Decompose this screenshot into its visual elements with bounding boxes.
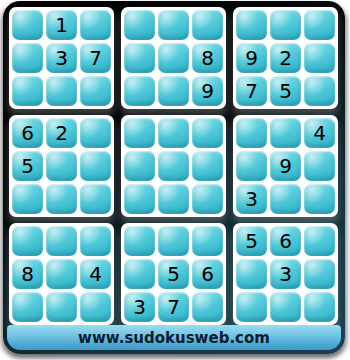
box-2: 89 <box>121 7 226 109</box>
cell-r5c1[interactable]: 5 <box>12 151 43 181</box>
cell-r9c9[interactable] <box>304 292 335 322</box>
cell-r5c6[interactable] <box>192 151 223 181</box>
cell-r6c6[interactable] <box>192 184 223 214</box>
cell-r9c8[interactable] <box>270 292 301 322</box>
cell-r3c2[interactable] <box>46 76 77 106</box>
cell-r1c1[interactable] <box>12 10 43 40</box>
cell-r2c8[interactable]: 2 <box>270 43 301 73</box>
cell-r3c4[interactable] <box>124 76 155 106</box>
cell-r1c8[interactable] <box>270 10 301 40</box>
cell-r1c7[interactable] <box>236 10 267 40</box>
cell-r7c5[interactable] <box>158 226 189 256</box>
cell-r3c1[interactable] <box>12 76 43 106</box>
cell-r3c9[interactable] <box>304 76 335 106</box>
cell-r4c5[interactable] <box>158 118 189 148</box>
cell-r4c3[interactable] <box>80 118 111 148</box>
cell-r5c2[interactable] <box>46 151 77 181</box>
cell-r1c2[interactable]: 1 <box>46 10 77 40</box>
box-9: 563 <box>233 223 338 325</box>
cell-r2c6[interactable]: 8 <box>192 43 223 73</box>
cell-r5c4[interactable] <box>124 151 155 181</box>
cell-r2c7[interactable]: 9 <box>236 43 267 73</box>
sudoku-board: 137899275625493845637563 www.sudokusweb.… <box>3 1 345 354</box>
cell-r8c6[interactable]: 6 <box>192 259 223 289</box>
cell-r7c9[interactable] <box>304 226 335 256</box>
cell-r7c7[interactable]: 5 <box>236 226 267 256</box>
cell-r8c3[interactable]: 4 <box>80 259 111 289</box>
cell-r9c2[interactable] <box>46 292 77 322</box>
cell-r9c4[interactable]: 3 <box>124 292 155 322</box>
cell-r9c7[interactable] <box>236 292 267 322</box>
cell-r9c1[interactable] <box>12 292 43 322</box>
cell-r5c8[interactable]: 9 <box>270 151 301 181</box>
cell-r3c6[interactable]: 9 <box>192 76 223 106</box>
cell-r3c5[interactable] <box>158 76 189 106</box>
cell-r6c5[interactable] <box>158 184 189 214</box>
cell-r5c3[interactable] <box>80 151 111 181</box>
cell-r7c6[interactable] <box>192 226 223 256</box>
cell-r7c3[interactable] <box>80 226 111 256</box>
footer-bar: www.sudokusweb.com <box>7 325 341 350</box>
cell-r1c9[interactable] <box>304 10 335 40</box>
cell-r8c9[interactable] <box>304 259 335 289</box>
box-4: 625 <box>9 115 114 217</box>
cell-r2c2[interactable]: 3 <box>46 43 77 73</box>
cell-r8c1[interactable]: 8 <box>12 259 43 289</box>
cell-r9c6[interactable] <box>192 292 223 322</box>
box-1: 137 <box>9 7 114 109</box>
cell-r4c9[interactable]: 4 <box>304 118 335 148</box>
cell-r8c2[interactable] <box>46 259 77 289</box>
cell-r5c5[interactable] <box>158 151 189 181</box>
cell-r2c5[interactable] <box>158 43 189 73</box>
cell-r2c1[interactable] <box>12 43 43 73</box>
cell-r7c1[interactable] <box>12 226 43 256</box>
cell-r2c9[interactable] <box>304 43 335 73</box>
cell-r6c3[interactable] <box>80 184 111 214</box>
cell-r4c6[interactable] <box>192 118 223 148</box>
cell-r8c4[interactable] <box>124 259 155 289</box>
cell-r1c3[interactable] <box>80 10 111 40</box>
cell-r7c2[interactable] <box>46 226 77 256</box>
cell-r6c1[interactable] <box>12 184 43 214</box>
box-6: 493 <box>233 115 338 217</box>
cell-r6c7[interactable]: 3 <box>236 184 267 214</box>
cell-r6c8[interactable] <box>270 184 301 214</box>
cell-r1c6[interactable] <box>192 10 223 40</box>
footer-url-link[interactable]: www.sudokusweb.com <box>78 329 270 347</box>
sudoku-page: 137899275625493845637563 www.sudokusweb.… <box>0 0 350 360</box>
cell-r8c5[interactable]: 5 <box>158 259 189 289</box>
box-8: 5637 <box>121 223 226 325</box>
cell-r4c8[interactable] <box>270 118 301 148</box>
cell-r4c4[interactable] <box>124 118 155 148</box>
cell-r7c8[interactable]: 6 <box>270 226 301 256</box>
cell-r6c4[interactable] <box>124 184 155 214</box>
cell-r9c5[interactable]: 7 <box>158 292 189 322</box>
cell-r3c7[interactable]: 7 <box>236 76 267 106</box>
cell-r4c2[interactable]: 2 <box>46 118 77 148</box>
cell-r3c8[interactable]: 5 <box>270 76 301 106</box>
cell-r3c3[interactable] <box>80 76 111 106</box>
cell-r4c7[interactable] <box>236 118 267 148</box>
cell-r1c5[interactable] <box>158 10 189 40</box>
cell-r5c9[interactable] <box>304 151 335 181</box>
cell-r2c4[interactable] <box>124 43 155 73</box>
cell-r6c2[interactable] <box>46 184 77 214</box>
cell-r1c4[interactable] <box>124 10 155 40</box>
box-7: 84 <box>9 223 114 325</box>
cell-r7c4[interactable] <box>124 226 155 256</box>
cell-r6c9[interactable] <box>304 184 335 214</box>
cell-r2c3[interactable]: 7 <box>80 43 111 73</box>
box-5 <box>121 115 226 217</box>
cell-r9c3[interactable] <box>80 292 111 322</box>
cell-r8c8[interactable]: 3 <box>270 259 301 289</box>
cell-r8c7[interactable] <box>236 259 267 289</box>
sudoku-grid: 137899275625493845637563 <box>9 7 338 325</box>
box-3: 9275 <box>233 7 338 109</box>
cell-r5c7[interactable] <box>236 151 267 181</box>
cell-r4c1[interactable]: 6 <box>12 118 43 148</box>
